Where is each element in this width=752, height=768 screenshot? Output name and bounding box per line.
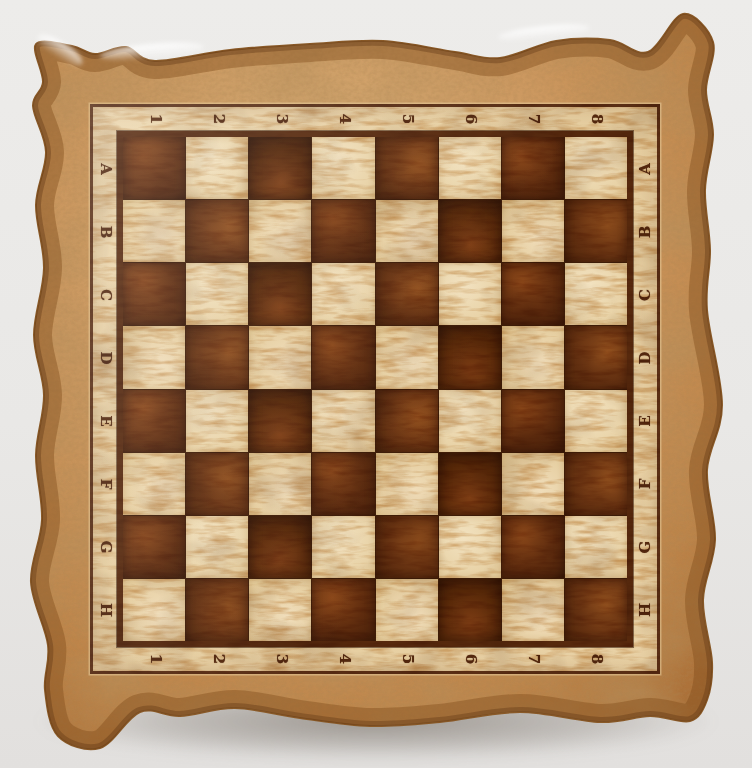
square-G2[interactable] (186, 516, 248, 578)
square-H7[interactable] (502, 579, 564, 641)
square-B7[interactable] (502, 200, 564, 262)
square-A3[interactable] (249, 137, 311, 199)
square-D1[interactable] (123, 326, 185, 388)
file-label-top-8: 8 (588, 114, 603, 124)
square-E4[interactable] (312, 390, 374, 452)
square-C3[interactable] (249, 263, 311, 325)
file-label-bottom-5: 5 (399, 654, 414, 664)
square-A6[interactable] (439, 137, 501, 199)
square-E3[interactable] (249, 390, 311, 452)
square-D2[interactable] (186, 326, 248, 388)
square-G4[interactable] (312, 516, 374, 578)
square-C8[interactable] (565, 263, 627, 325)
rank-label-left-C: C (98, 289, 113, 301)
square-F5[interactable] (376, 453, 438, 515)
square-F7[interactable] (502, 453, 564, 515)
rank-label-left-H: H (98, 602, 113, 616)
square-C4[interactable] (312, 263, 374, 325)
file-label-bottom-7: 7 (525, 654, 540, 664)
square-D3[interactable] (249, 326, 311, 388)
square-D8[interactable] (565, 326, 627, 388)
file-label-top-3: 3 (273, 114, 288, 124)
square-A4[interactable] (312, 137, 374, 199)
square-G7[interactable] (502, 516, 564, 578)
rank-label-right-D: D (638, 351, 653, 364)
inner-border (117, 131, 633, 647)
file-label-bottom-2: 2 (210, 654, 225, 664)
rank-label-left-D: D (98, 351, 113, 364)
square-E6[interactable] (439, 390, 501, 452)
file-label-bottom-1: 1 (147, 654, 162, 664)
rank-label-right-A: A (638, 163, 653, 175)
square-G5[interactable] (376, 516, 438, 578)
square-F8[interactable] (565, 453, 627, 515)
square-F3[interactable] (249, 453, 311, 515)
square-E7[interactable] (502, 390, 564, 452)
file-label-top-5: 5 (399, 114, 414, 124)
square-C7[interactable] (502, 263, 564, 325)
square-B4[interactable] (312, 200, 374, 262)
square-F6[interactable] (439, 453, 501, 515)
rank-label-right-H: H (638, 602, 653, 616)
file-label-top-2: 2 (210, 114, 225, 124)
square-G1[interactable] (123, 516, 185, 578)
rank-label-right-C: C (638, 289, 653, 301)
square-A7[interactable] (502, 137, 564, 199)
square-F2[interactable] (186, 453, 248, 515)
square-C1[interactable] (123, 263, 185, 325)
square-A1[interactable] (123, 137, 185, 199)
file-label-bottom-3: 3 (273, 654, 288, 664)
square-E1[interactable] (123, 390, 185, 452)
square-A5[interactable] (376, 137, 438, 199)
rank-label-right-E: E (638, 415, 653, 426)
square-A2[interactable] (186, 137, 248, 199)
square-D4[interactable] (312, 326, 374, 388)
rank-label-right-F: F (638, 478, 653, 489)
square-G8[interactable] (565, 516, 627, 578)
file-label-top-6: 6 (462, 114, 477, 124)
square-C6[interactable] (439, 263, 501, 325)
square-F1[interactable] (123, 453, 185, 515)
square-H4[interactable] (312, 579, 374, 641)
square-D5[interactable] (376, 326, 438, 388)
square-B8[interactable] (565, 200, 627, 262)
square-E8[interactable] (565, 390, 627, 452)
rank-label-left-F: F (98, 478, 113, 489)
file-label-top-7: 7 (525, 114, 540, 124)
file-label-top-4: 4 (336, 114, 351, 124)
rank-label-left-A: A (98, 163, 113, 175)
square-H6[interactable] (439, 579, 501, 641)
rank-label-left-G: G (98, 540, 113, 553)
square-H2[interactable] (186, 579, 248, 641)
square-G6[interactable] (439, 516, 501, 578)
square-D7[interactable] (502, 326, 564, 388)
square-B6[interactable] (439, 200, 501, 262)
square-H5[interactable] (376, 579, 438, 641)
square-C5[interactable] (376, 263, 438, 325)
square-D6[interactable] (439, 326, 501, 388)
rank-label-left-E: E (98, 415, 113, 426)
square-H1[interactable] (123, 579, 185, 641)
chess-grid (123, 137, 627, 641)
square-B1[interactable] (123, 200, 185, 262)
rank-label-left-B: B (98, 225, 113, 238)
rank-label-right-B: B (638, 225, 653, 238)
file-label-bottom-6: 6 (462, 654, 477, 664)
file-label-bottom-8: 8 (588, 654, 603, 664)
square-C2[interactable] (186, 263, 248, 325)
square-F4[interactable] (312, 453, 374, 515)
square-E2[interactable] (186, 390, 248, 452)
square-B5[interactable] (376, 200, 438, 262)
file-label-bottom-4: 4 (336, 654, 351, 664)
rank-label-right-G: G (638, 540, 653, 553)
square-H8[interactable] (565, 579, 627, 641)
square-E5[interactable] (376, 390, 438, 452)
file-label-top-1: 1 (147, 114, 162, 124)
square-G3[interactable] (249, 516, 311, 578)
playing-field: 11AA22BB33CC44DD55EE66FF77GG88HH (90, 104, 660, 674)
square-B3[interactable] (249, 200, 311, 262)
square-B2[interactable] (186, 200, 248, 262)
square-A8[interactable] (565, 137, 627, 199)
square-H3[interactable] (249, 579, 311, 641)
photo-scene: 11AA22BB33CC44DD55EE66FF77GG88HH (0, 0, 752, 768)
